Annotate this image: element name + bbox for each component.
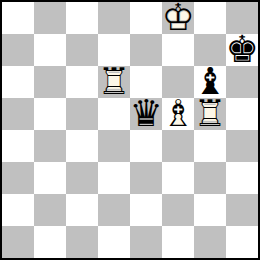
square-e5[interactable]: ♛	[130, 98, 162, 130]
square-d2[interactable]	[98, 194, 130, 226]
square-e2[interactable]	[130, 194, 162, 226]
square-g5[interactable]: ♜♖	[194, 98, 226, 130]
square-e7[interactable]	[130, 34, 162, 66]
square-b5[interactable]	[34, 98, 66, 130]
white-rook[interactable]: ♜♖	[98, 66, 130, 98]
square-c7[interactable]	[66, 34, 98, 66]
square-c1[interactable]	[66, 226, 98, 258]
square-f6[interactable]	[162, 66, 194, 98]
black-king-glyph: ♚	[226, 34, 258, 66]
black-queen[interactable]: ♛	[130, 98, 162, 130]
square-b7[interactable]	[34, 34, 66, 66]
square-a2[interactable]	[2, 194, 34, 226]
square-b3[interactable]	[34, 162, 66, 194]
square-b6[interactable]	[34, 66, 66, 98]
square-h8[interactable]	[226, 2, 258, 34]
square-h6[interactable]	[226, 66, 258, 98]
square-h2[interactable]	[226, 194, 258, 226]
square-c4[interactable]	[66, 130, 98, 162]
square-c2[interactable]	[66, 194, 98, 226]
square-g4[interactable]	[194, 130, 226, 162]
square-g8[interactable]	[194, 2, 226, 34]
square-h7[interactable]: ♚	[226, 34, 258, 66]
white-rook-outline-glyph: ♖	[98, 66, 130, 98]
square-d8[interactable]	[98, 2, 130, 34]
square-d6[interactable]: ♜♖	[98, 66, 130, 98]
square-d4[interactable]	[98, 130, 130, 162]
square-e1[interactable]	[130, 226, 162, 258]
square-e3[interactable]	[130, 162, 162, 194]
square-a1[interactable]	[2, 226, 34, 258]
square-b8[interactable]	[34, 2, 66, 34]
square-c8[interactable]	[66, 2, 98, 34]
black-queen-glyph: ♛	[130, 98, 162, 130]
black-king[interactable]: ♚	[226, 34, 258, 66]
white-rook-outline-glyph: ♖	[194, 98, 226, 130]
square-h4[interactable]	[226, 130, 258, 162]
square-b1[interactable]	[34, 226, 66, 258]
chess-diagram: ♚♔♚♜♖♝♛♝♗♜♖	[0, 0, 260, 260]
square-f5[interactable]: ♝♗	[162, 98, 194, 130]
square-g3[interactable]	[194, 162, 226, 194]
square-d7[interactable]	[98, 34, 130, 66]
square-h5[interactable]	[226, 98, 258, 130]
square-d3[interactable]	[98, 162, 130, 194]
square-d1[interactable]	[98, 226, 130, 258]
square-g2[interactable]	[194, 194, 226, 226]
square-b4[interactable]	[34, 130, 66, 162]
square-f4[interactable]	[162, 130, 194, 162]
square-c3[interactable]	[66, 162, 98, 194]
square-e8[interactable]	[130, 2, 162, 34]
white-bishop-outline-glyph: ♗	[162, 98, 194, 130]
square-e6[interactable]	[130, 66, 162, 98]
square-g7[interactable]	[194, 34, 226, 66]
black-bishop-glyph: ♝	[194, 66, 226, 98]
white-bishop-fill-glyph: ♝	[162, 98, 194, 130]
black-bishop[interactable]: ♝	[194, 66, 226, 98]
square-a4[interactable]	[2, 130, 34, 162]
square-g6[interactable]: ♝	[194, 66, 226, 98]
square-d5[interactable]	[98, 98, 130, 130]
white-king-outline-glyph: ♔	[162, 2, 194, 34]
white-rook[interactable]: ♜♖	[194, 98, 226, 130]
white-rook-fill-glyph: ♜	[194, 98, 226, 130]
square-e4[interactable]	[130, 130, 162, 162]
square-f7[interactable]	[162, 34, 194, 66]
square-f3[interactable]	[162, 162, 194, 194]
square-a8[interactable]	[2, 2, 34, 34]
square-c6[interactable]	[66, 66, 98, 98]
square-a6[interactable]	[2, 66, 34, 98]
chess-board: ♚♔♚♜♖♝♛♝♗♜♖	[0, 0, 260, 260]
white-rook-fill-glyph: ♜	[98, 66, 130, 98]
square-h3[interactable]	[226, 162, 258, 194]
square-h1[interactable]	[226, 226, 258, 258]
square-a5[interactable]	[2, 98, 34, 130]
square-a3[interactable]	[2, 162, 34, 194]
square-f2[interactable]	[162, 194, 194, 226]
square-f8[interactable]: ♚♔	[162, 2, 194, 34]
square-c5[interactable]	[66, 98, 98, 130]
square-a7[interactable]	[2, 34, 34, 66]
white-king[interactable]: ♚♔	[162, 2, 194, 34]
white-bishop[interactable]: ♝♗	[162, 98, 194, 130]
square-f1[interactable]	[162, 226, 194, 258]
square-g1[interactable]	[194, 226, 226, 258]
square-b2[interactable]	[34, 194, 66, 226]
white-king-fill-glyph: ♚	[162, 2, 194, 34]
